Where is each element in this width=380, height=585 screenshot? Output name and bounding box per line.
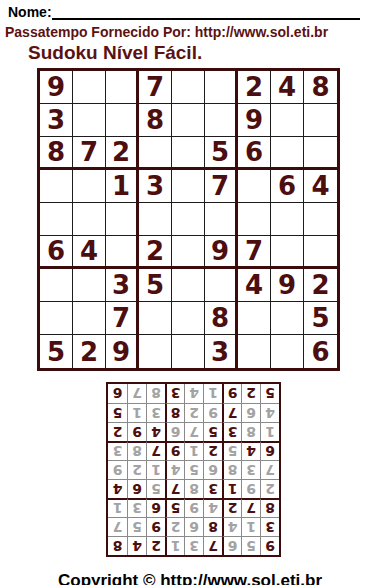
solution-cell-r5c5: 5 — [184, 460, 203, 479]
solution-cell-r2c5: 6 — [184, 517, 203, 536]
solution-cell-r1c8: 4 — [127, 536, 146, 555]
puzzle-cell-r1c1[interactable]: 9 — [40, 71, 73, 104]
solution-cell-r1c5: 3 — [184, 536, 203, 555]
solution-cell-r4c3: 1 — [222, 479, 241, 498]
solution-cell-r1c6: 1 — [165, 536, 184, 555]
puzzle-cell-r3c2[interactable]: 7 — [73, 137, 106, 170]
puzzle-cell-r9c2[interactable]: 2 — [73, 335, 106, 368]
solution-cell-r6c1: 6 — [260, 441, 279, 460]
puzzle-cell-r1c7[interactable]: 2 — [238, 71, 271, 104]
solution-cell-r2c2: 1 — [241, 517, 260, 536]
solution-cell-r1c4: 7 — [203, 536, 222, 555]
solution-cell-r7c8: 9 — [127, 422, 146, 441]
puzzle-cell-r2c1[interactable]: 3 — [40, 104, 73, 137]
solution-cell-r8c3: 7 — [222, 403, 241, 422]
puzzle-cell-r2c3[interactable] — [106, 104, 139, 137]
puzzle-cell-r3c6[interactable]: 5 — [205, 137, 238, 170]
puzzle-cell-r6c3[interactable] — [106, 236, 139, 269]
solution-cell-r8c4: 9 — [203, 403, 222, 422]
solution-cell-r3c3: 2 — [222, 498, 241, 517]
puzzle-cell-r2c5[interactable] — [172, 104, 205, 137]
solution-cell-r4c5: 8 — [184, 479, 203, 498]
solution-cell-r9c2: 2 — [241, 384, 260, 403]
solution-cell-r3c2: 7 — [241, 498, 260, 517]
solution-cell-r6c6: 9 — [165, 441, 184, 460]
solution-cell-r1c7: 2 — [146, 536, 165, 555]
puzzle-cell-r4c6[interactable]: 7 — [205, 170, 238, 203]
solution-cell-r2c1: 3 — [260, 517, 279, 536]
solution-cell-r4c6: 7 — [165, 479, 184, 498]
puzzle-cell-r8c5[interactable] — [172, 302, 205, 335]
puzzle-cell-r2c8[interactable] — [271, 104, 304, 137]
puzzle-cell-r3c3[interactable]: 2 — [106, 137, 139, 170]
solution-cell-r9c1: 5 — [260, 384, 279, 403]
puzzle-cell-r6c6[interactable]: 9 — [205, 236, 238, 269]
solution-cell-r7c9: 2 — [108, 422, 127, 441]
solution-cell-r5c4: 6 — [203, 460, 222, 479]
solution-cell-r9c8: 7 — [127, 384, 146, 403]
puzzle-cell-r8c2[interactable] — [73, 302, 106, 335]
puzzle-cell-r5c2[interactable] — [73, 203, 106, 236]
puzzle-cell-r3c7[interactable]: 6 — [238, 137, 271, 170]
solution-cell-r6c5: 1 — [184, 441, 203, 460]
puzzle-cell-r3c1[interactable]: 8 — [40, 137, 73, 170]
name-fill-in-line — [52, 4, 360, 20]
puzzle-cell-r1c5[interactable] — [172, 71, 205, 104]
solution-cell-r9c5: 4 — [184, 384, 203, 403]
solution-cell-r6c4: 2 — [203, 441, 222, 460]
solution-cell-r5c6: 4 — [165, 460, 184, 479]
puzzle-cell-r1c8[interactable]: 4 — [271, 71, 304, 104]
puzzle-cell-r3c8[interactable] — [271, 137, 304, 170]
puzzle-cell-r7c8[interactable]: 9 — [271, 269, 304, 302]
solution-cell-r1c1: 9 — [260, 536, 279, 555]
solution-cell-r9c3: 9 — [222, 384, 241, 403]
solution-cell-r4c7: 5 — [146, 479, 165, 498]
puzzle-cell-r8c8[interactable] — [271, 302, 304, 335]
solution-cell-r5c3: 8 — [222, 460, 241, 479]
solution-cell-r5c1: 7 — [260, 460, 279, 479]
puzzle-cell-r5c4[interactable] — [139, 203, 172, 236]
solution-cell-r2c3: 4 — [222, 517, 241, 536]
puzzle-cell-r8c3[interactable]: 7 — [106, 302, 139, 335]
solution-cell-r4c8: 6 — [127, 479, 146, 498]
puzzle-cell-r5c6[interactable] — [205, 203, 238, 236]
puzzle-cell-r8c6[interactable]: 8 — [205, 302, 238, 335]
solution-cell-r7c5: 7 — [184, 422, 203, 441]
puzzle-cell-r1c6[interactable] — [205, 71, 238, 104]
solution-cell-r1c2: 5 — [241, 536, 260, 555]
puzzle-cell-r3c9[interactable] — [304, 137, 337, 170]
puzzle-cell-r9c9[interactable]: 6 — [304, 335, 337, 368]
solution-cell-r7c7: 4 — [146, 422, 165, 441]
puzzle-cell-r4c7[interactable] — [238, 170, 271, 203]
puzzle-cell-r6c9[interactable] — [304, 236, 337, 269]
solution-cell-r7c2: 8 — [241, 422, 260, 441]
puzzle-cell-r4c8[interactable]: 6 — [271, 170, 304, 203]
puzzle-cell-r9c7[interactable] — [238, 335, 271, 368]
solution-cell-r5c2: 3 — [241, 460, 260, 479]
puzzle-cell-r9c1[interactable]: 5 — [40, 335, 73, 368]
puzzle-cell-r4c4[interactable]: 3 — [139, 170, 172, 203]
puzzle-cell-r5c8[interactable] — [271, 203, 304, 236]
solution-cell-r2c4: 8 — [203, 517, 222, 536]
copyright-line: Copyright © http://www.sol.eti.br — [0, 571, 380, 585]
solution-cell-r6c7: 7 — [146, 441, 165, 460]
puzzle-cell-r2c6[interactable] — [205, 104, 238, 137]
puzzle-cell-r8c9[interactable]: 5 — [304, 302, 337, 335]
solution-cell-r5c7: 1 — [146, 460, 165, 479]
puzzle-cell-r4c2[interactable] — [73, 170, 106, 203]
puzzle-cell-r1c3[interactable] — [106, 71, 139, 104]
puzzle-cell-r7c1[interactable] — [40, 269, 73, 302]
puzzle-cell-r1c2[interactable] — [73, 71, 106, 104]
solution-cell-r3c7: 6 — [146, 498, 165, 517]
puzzle-cell-r1c9[interactable]: 8 — [304, 71, 337, 104]
page-title: Sudoku Nível Fácil. — [28, 42, 380, 64]
solution-cell-r8c5: 2 — [184, 403, 203, 422]
solution-cell-r8c9: 5 — [108, 403, 127, 422]
solution-cell-r9c7: 8 — [146, 384, 165, 403]
solution-cell-r9c9: 6 — [108, 384, 127, 403]
solution-cell-r4c1: 2 — [260, 479, 279, 498]
name-row: Nome: — [8, 4, 360, 20]
puzzle-cell-r7c4[interactable]: 5 — [139, 269, 172, 302]
solution-cell-r1c9: 8 — [108, 536, 127, 555]
puzzle-cell-r3c4[interactable] — [139, 137, 172, 170]
puzzle-cell-r9c6[interactable]: 3 — [205, 335, 238, 368]
solution-cell-r4c9: 4 — [108, 479, 127, 498]
puzzle-cell-r2c7[interactable]: 9 — [238, 104, 271, 137]
puzzle-cell-r7c7[interactable]: 4 — [238, 269, 271, 302]
puzzle-cell-r6c7[interactable]: 7 — [238, 236, 271, 269]
solution-cell-r6c9: 3 — [108, 441, 127, 460]
puzzle-cell-r5c1[interactable] — [40, 203, 73, 236]
solution-cell-r3c1: 8 — [260, 498, 279, 517]
puzzle-cell-r7c3[interactable]: 3 — [106, 269, 139, 302]
name-label: Nome: — [8, 4, 52, 20]
puzzle-cell-r9c5[interactable] — [172, 335, 205, 368]
solution-cell-r3c9: 1 — [108, 498, 127, 517]
puzzle-cell-r6c8[interactable] — [271, 236, 304, 269]
solution-cell-r6c8: 8 — [127, 441, 146, 460]
puzzle-cell-r4c3[interactable]: 1 — [106, 170, 139, 203]
solution-cell-r7c3: 3 — [222, 422, 241, 441]
puzzle-cell-r9c3[interactable]: 9 — [106, 335, 139, 368]
puzzle-cell-r6c2[interactable]: 4 — [73, 236, 106, 269]
solution-cell-r2c6: 2 — [165, 517, 184, 536]
puzzle-cell-r1c4[interactable]: 7 — [139, 71, 172, 104]
solution-cell-r8c2: 6 — [241, 403, 260, 422]
puzzle-cell-r7c5[interactable] — [172, 269, 205, 302]
puzzle-cell-r7c2[interactable] — [73, 269, 106, 302]
solution-cell-r8c8: 1 — [127, 403, 146, 422]
puzzle-cell-r4c1[interactable] — [40, 170, 73, 203]
sudoku-puzzle-grid: 972483898725613764642973549278552936 — [37, 68, 340, 371]
puzzle-cell-r9c4[interactable] — [139, 335, 172, 368]
page-header: Nome: Passatempo Fornecido Por: http://w… — [0, 0, 380, 64]
puzzle-cell-r2c9[interactable] — [304, 104, 337, 137]
solution-cell-r1c3: 6 — [222, 536, 241, 555]
puzzle-cell-r6c4[interactable]: 2 — [139, 236, 172, 269]
puzzle-cell-r2c4[interactable]: 8 — [139, 104, 172, 137]
solution-cell-r4c2: 9 — [241, 479, 260, 498]
puzzle-cell-r7c9[interactable]: 2 — [304, 269, 337, 302]
solution-cell-r3c6: 5 — [165, 498, 184, 517]
puzzle-cell-r5c3[interactable] — [106, 203, 139, 236]
puzzle-cell-r4c9[interactable]: 4 — [304, 170, 337, 203]
solution-cell-r3c8: 3 — [127, 498, 146, 517]
solution-cell-r7c4: 5 — [203, 422, 222, 441]
solution-cell-r6c2: 4 — [241, 441, 260, 460]
solution-cell-r8c7: 3 — [146, 403, 165, 422]
solution-cell-r8c1: 4 — [260, 403, 279, 422]
puzzle-cell-r4c5[interactable] — [172, 170, 205, 203]
puzzle-cell-r8c1[interactable] — [40, 302, 73, 335]
puzzle-cell-r6c5[interactable] — [172, 236, 205, 269]
sudoku-solution-grid-rotated: 9567312483148629578724956312913875647386… — [106, 382, 281, 557]
solution-cell-r2c7: 9 — [146, 517, 165, 536]
solution-cell-r2c8: 5 — [127, 517, 146, 536]
puzzle-cell-r8c7[interactable] — [238, 302, 271, 335]
puzzle-cell-r6c1[interactable]: 6 — [40, 236, 73, 269]
solution-cell-r2c9: 7 — [108, 517, 127, 536]
solution-cell-r7c6: 6 — [165, 422, 184, 441]
puzzle-cell-r3c5[interactable] — [172, 137, 205, 170]
puzzle-cell-r9c8[interactable] — [271, 335, 304, 368]
solution-cell-r9c6: 3 — [165, 384, 184, 403]
provider-line: Passatempo Fornecido Por: http://www.sol… — [5, 24, 380, 40]
puzzle-cell-r7c6[interactable] — [205, 269, 238, 302]
solution-cell-r5c9: 9 — [108, 460, 127, 479]
solution-cell-r7c1: 1 — [260, 422, 279, 441]
puzzle-cell-r5c7[interactable] — [238, 203, 271, 236]
puzzle-cell-r5c5[interactable] — [172, 203, 205, 236]
puzzle-cell-r2c2[interactable] — [73, 104, 106, 137]
solution-cell-r3c5: 9 — [184, 498, 203, 517]
puzzle-cell-r8c4[interactable] — [139, 302, 172, 335]
puzzle-cell-r5c9[interactable] — [304, 203, 337, 236]
solution-cell-r6c3: 5 — [222, 441, 241, 460]
solution-cell-r4c4: 3 — [203, 479, 222, 498]
solution-cell-r9c4: 1 — [203, 384, 222, 403]
solution-cell-r8c6: 8 — [165, 403, 184, 422]
solution-cell-r5c8: 2 — [127, 460, 146, 479]
solution-cell-r3c4: 4 — [203, 498, 222, 517]
